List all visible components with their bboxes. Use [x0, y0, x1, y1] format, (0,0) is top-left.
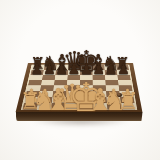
square-a1 — [23, 103, 38, 109]
square-d1 — [65, 103, 79, 109]
board-front-edge — [16, 112, 143, 121]
board-grid — [21, 65, 138, 111]
square-b1 — [37, 103, 52, 109]
square-g1 — [107, 103, 122, 109]
square-e1 — [79, 103, 93, 109]
square-c1 — [51, 103, 66, 109]
square-f1 — [93, 103, 107, 109]
chess-set-photo: ♜♞♝♛♚♝♞♜♟♟♟♟♟♟♟♟♟♟♟♟♟♟♟♟♜♞♝♛♚♝♞♜ — [0, 0, 160, 160]
latch-knob — [117, 93, 122, 98]
chess-board — [15, 63, 142, 112]
square-h1 — [121, 103, 136, 109]
